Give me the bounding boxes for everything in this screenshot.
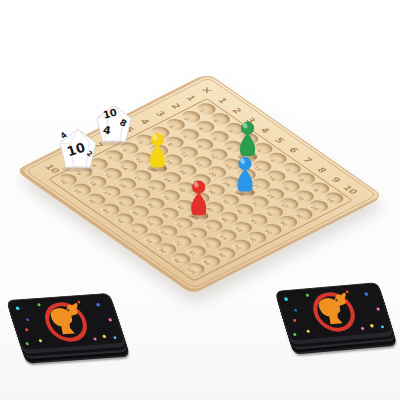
card-back-design	[274, 282, 393, 342]
multiplication-board[interactable]: ×123456789101123456789102246810121416182…	[19, 74, 383, 292]
cell-product: 100	[182, 265, 200, 277]
photo-scene: { "game": "multiplication-board", "descr…	[0, 0, 400, 400]
card-back-design	[6, 293, 126, 351]
card-stack-left[interactable]	[6, 293, 126, 351]
ten-sided-die-2[interactable]: 10 4 8	[95, 104, 133, 144]
ten-sided-die-1[interactable]: 10 4 2	[58, 128, 98, 170]
board-grid: ×123456789101123456789102246810121416182…	[36, 80, 366, 278]
card-stack-right[interactable]	[274, 282, 393, 342]
